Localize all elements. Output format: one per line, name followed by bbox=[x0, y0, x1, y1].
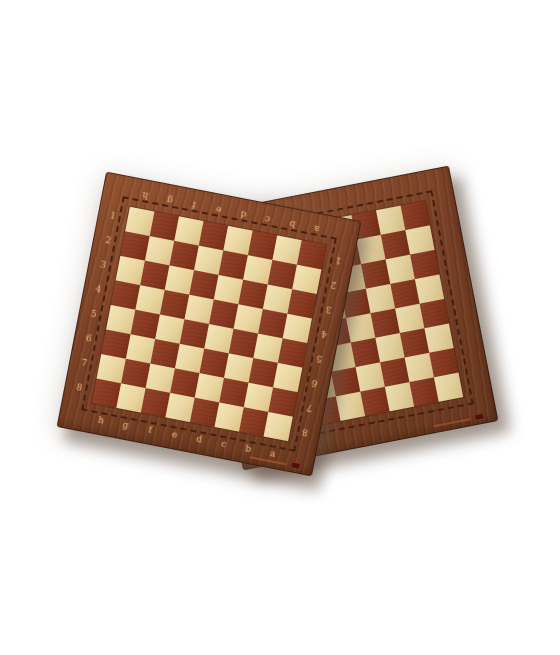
rank-label: 5 bbox=[316, 353, 323, 363]
rank-label: 1 bbox=[335, 255, 342, 265]
rank-label: 2 bbox=[104, 236, 111, 246]
rank-label: 2 bbox=[330, 280, 337, 290]
file-label: a bbox=[269, 449, 276, 459]
rank-label: 8 bbox=[76, 383, 83, 393]
file-label: e bbox=[215, 204, 222, 214]
board-grid: hgfedcba1122334455667788hgfedcba bbox=[57, 172, 362, 477]
rank-label: 6 bbox=[85, 334, 92, 344]
file-label: f bbox=[192, 199, 197, 208]
border-corner bbox=[282, 441, 317, 476]
file-label: c bbox=[221, 439, 228, 449]
rank-label: 8 bbox=[302, 427, 309, 437]
file-label: g bbox=[166, 194, 173, 204]
file-label: c bbox=[264, 213, 271, 223]
rank-label: 6 bbox=[311, 378, 318, 388]
file-label: h bbox=[141, 189, 148, 199]
product-photo: hgfedcba1122334455667788hgfedcba bbox=[0, 0, 560, 655]
rank-label: 4 bbox=[321, 329, 328, 339]
chessboard-front: hgfedcba1122334455667788hgfedcba bbox=[57, 172, 362, 477]
file-label: d bbox=[240, 209, 247, 219]
file-label: b bbox=[289, 218, 296, 228]
rank-label: 3 bbox=[325, 304, 332, 314]
rank-label: 7 bbox=[81, 358, 88, 368]
rank-label: 5 bbox=[90, 309, 97, 319]
rank-label: 7 bbox=[306, 402, 313, 412]
border-corner bbox=[463, 391, 498, 426]
file-label: d bbox=[196, 434, 203, 444]
rank-label: 4 bbox=[95, 285, 102, 295]
file-label: e bbox=[171, 430, 178, 440]
file-label: h bbox=[97, 415, 104, 425]
file-label: a bbox=[313, 223, 320, 233]
file-label: b bbox=[245, 444, 252, 454]
file-label: g bbox=[122, 420, 129, 430]
rank-label: 1 bbox=[109, 211, 116, 221]
rank-label: 3 bbox=[100, 260, 107, 270]
file-label: f bbox=[148, 425, 153, 434]
